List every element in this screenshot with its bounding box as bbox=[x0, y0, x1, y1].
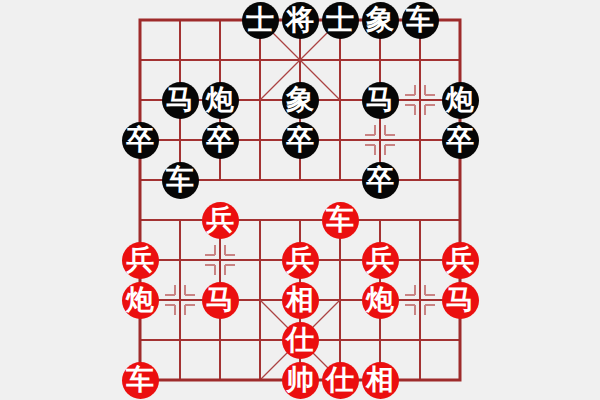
board-point bbox=[240, 360, 280, 400]
board-point[interactable]: 仕 bbox=[280, 320, 320, 360]
piece-black-soldier[interactable]: 卒 bbox=[442, 122, 479, 159]
board-point bbox=[400, 40, 440, 80]
board-point[interactable]: 马 bbox=[360, 80, 400, 120]
board-point bbox=[160, 320, 200, 360]
board-pieces-layer: 士将士象车马炮象马炮卒卒卒卒车卒兵车兵兵兵兵炮马相炮马仕车帅仕相 bbox=[120, 0, 480, 400]
board-point[interactable]: 炮 bbox=[360, 280, 400, 320]
board-point bbox=[320, 120, 360, 160]
board-point bbox=[320, 280, 360, 320]
board-point bbox=[280, 160, 320, 200]
board-point bbox=[400, 320, 440, 360]
board-point bbox=[320, 80, 360, 120]
piece-black-soldier[interactable]: 卒 bbox=[282, 122, 319, 159]
board-point bbox=[400, 200, 440, 240]
board-point[interactable]: 兵 bbox=[200, 200, 240, 240]
piece-black-soldier[interactable]: 卒 bbox=[122, 122, 159, 159]
board-point[interactable]: 马 bbox=[440, 280, 480, 320]
board-point[interactable]: 炮 bbox=[200, 80, 240, 120]
piece-black-elephant[interactable]: 象 bbox=[282, 82, 319, 119]
board-point bbox=[160, 200, 200, 240]
board-point bbox=[160, 240, 200, 280]
piece-black-elephant[interactable]: 象 bbox=[362, 2, 399, 39]
board-point bbox=[200, 40, 240, 80]
board-point bbox=[400, 240, 440, 280]
board-point[interactable]: 帅 bbox=[280, 360, 320, 400]
board-point bbox=[360, 120, 400, 160]
board-point bbox=[240, 240, 280, 280]
board-point[interactable]: 卒 bbox=[360, 160, 400, 200]
board-point[interactable]: 将 bbox=[280, 0, 320, 40]
board-point bbox=[320, 160, 360, 200]
piece-red-chariot[interactable]: 车 bbox=[322, 202, 359, 239]
board-point bbox=[360, 200, 400, 240]
board-point bbox=[360, 320, 400, 360]
board-point bbox=[320, 240, 360, 280]
board-point[interactable]: 仕 bbox=[320, 360, 360, 400]
board-point bbox=[400, 160, 440, 200]
piece-black-cannon[interactable]: 炮 bbox=[202, 82, 239, 119]
board-point bbox=[320, 320, 360, 360]
board-point[interactable]: 炮 bbox=[440, 80, 480, 120]
piece-red-horse[interactable]: 马 bbox=[442, 282, 479, 319]
board-point[interactable]: 兵 bbox=[360, 240, 400, 280]
board-point bbox=[360, 40, 400, 80]
board-point bbox=[200, 360, 240, 400]
board-point bbox=[120, 40, 160, 80]
board-point bbox=[240, 320, 280, 360]
piece-red-soldier[interactable]: 兵 bbox=[282, 242, 319, 279]
board-point bbox=[400, 360, 440, 400]
board-point[interactable]: 士 bbox=[240, 0, 280, 40]
piece-black-chariot[interactable]: 车 bbox=[402, 2, 439, 39]
piece-red-cannon[interactable]: 炮 bbox=[362, 282, 399, 319]
board-point bbox=[400, 120, 440, 160]
board-point bbox=[240, 80, 280, 120]
board-point[interactable]: 卒 bbox=[280, 120, 320, 160]
board-point bbox=[280, 200, 320, 240]
board-point[interactable]: 卒 bbox=[120, 120, 160, 160]
piece-red-advisor[interactable]: 仕 bbox=[322, 362, 359, 399]
board-point bbox=[440, 200, 480, 240]
board-point bbox=[160, 0, 200, 40]
board-point bbox=[440, 0, 480, 40]
piece-red-elephant[interactable]: 相 bbox=[362, 362, 399, 399]
board-point bbox=[120, 200, 160, 240]
board-point[interactable]: 卒 bbox=[200, 120, 240, 160]
board-point bbox=[120, 80, 160, 120]
board-point[interactable]: 兵 bbox=[120, 240, 160, 280]
piece-red-horse[interactable]: 马 bbox=[202, 282, 239, 319]
board-point[interactable]: 相 bbox=[360, 360, 400, 400]
board-point bbox=[240, 40, 280, 80]
board-point[interactable]: 卒 bbox=[440, 120, 480, 160]
piece-red-advisor[interactable]: 仕 bbox=[282, 322, 319, 359]
board-point bbox=[400, 280, 440, 320]
board-point bbox=[400, 80, 440, 120]
board-point bbox=[240, 200, 280, 240]
board-point bbox=[240, 280, 280, 320]
board-point bbox=[120, 160, 160, 200]
board-point[interactable]: 炮 bbox=[120, 280, 160, 320]
board-point bbox=[200, 0, 240, 40]
board-point bbox=[160, 280, 200, 320]
board-point bbox=[440, 360, 480, 400]
board-point bbox=[440, 320, 480, 360]
board-point bbox=[200, 160, 240, 200]
board-point[interactable]: 兵 bbox=[280, 240, 320, 280]
board-point bbox=[440, 40, 480, 80]
piece-red-cannon[interactable]: 炮 bbox=[122, 282, 159, 319]
piece-red-soldier[interactable]: 兵 bbox=[202, 202, 239, 239]
piece-red-elephant[interactable]: 相 bbox=[282, 282, 319, 319]
piece-black-horse[interactable]: 马 bbox=[162, 82, 199, 119]
board-point bbox=[440, 160, 480, 200]
piece-red-general[interactable]: 帅 bbox=[282, 362, 319, 399]
piece-black-chariot[interactable]: 车 bbox=[162, 162, 199, 199]
piece-black-advisor[interactable]: 士 bbox=[242, 2, 279, 39]
board-point[interactable]: 车 bbox=[320, 200, 360, 240]
board-point[interactable]: 士 bbox=[320, 0, 360, 40]
board-point[interactable]: 兵 bbox=[440, 240, 480, 280]
piece-black-cannon[interactable]: 炮 bbox=[442, 82, 479, 119]
board-point bbox=[280, 40, 320, 80]
board-point[interactable]: 车 bbox=[400, 0, 440, 40]
xiangqi-board-screen: 士将士象车马炮象马炮卒卒卒卒车卒兵车兵兵兵兵炮马相炮马仕车帅仕相 bbox=[0, 0, 600, 400]
piece-black-advisor[interactable]: 士 bbox=[322, 2, 359, 39]
piece-red-soldier[interactable]: 兵 bbox=[122, 242, 159, 279]
board-point[interactable]: 车 bbox=[120, 360, 160, 400]
board-point bbox=[120, 0, 160, 40]
piece-black-horse[interactable]: 马 bbox=[362, 82, 399, 119]
board-point[interactable]: 相 bbox=[280, 280, 320, 320]
board-point[interactable]: 车 bbox=[160, 160, 200, 200]
board-point bbox=[160, 360, 200, 400]
piece-red-chariot[interactable]: 车 bbox=[122, 362, 159, 399]
piece-black-soldier[interactable]: 卒 bbox=[202, 122, 239, 159]
piece-red-soldier[interactable]: 兵 bbox=[442, 242, 479, 279]
board-point bbox=[160, 120, 200, 160]
piece-black-general[interactable]: 将 bbox=[282, 2, 319, 39]
piece-black-soldier[interactable]: 卒 bbox=[362, 162, 399, 199]
board-point bbox=[160, 40, 200, 80]
board-point[interactable]: 马 bbox=[200, 280, 240, 320]
board-point[interactable]: 象 bbox=[360, 0, 400, 40]
board-point bbox=[320, 40, 360, 80]
board-point bbox=[120, 320, 160, 360]
board-point[interactable]: 象 bbox=[280, 80, 320, 120]
board-point bbox=[200, 320, 240, 360]
board-point bbox=[240, 160, 280, 200]
board-point bbox=[200, 240, 240, 280]
board-point bbox=[240, 120, 280, 160]
piece-red-soldier[interactable]: 兵 bbox=[362, 242, 399, 279]
board-point[interactable]: 马 bbox=[160, 80, 200, 120]
